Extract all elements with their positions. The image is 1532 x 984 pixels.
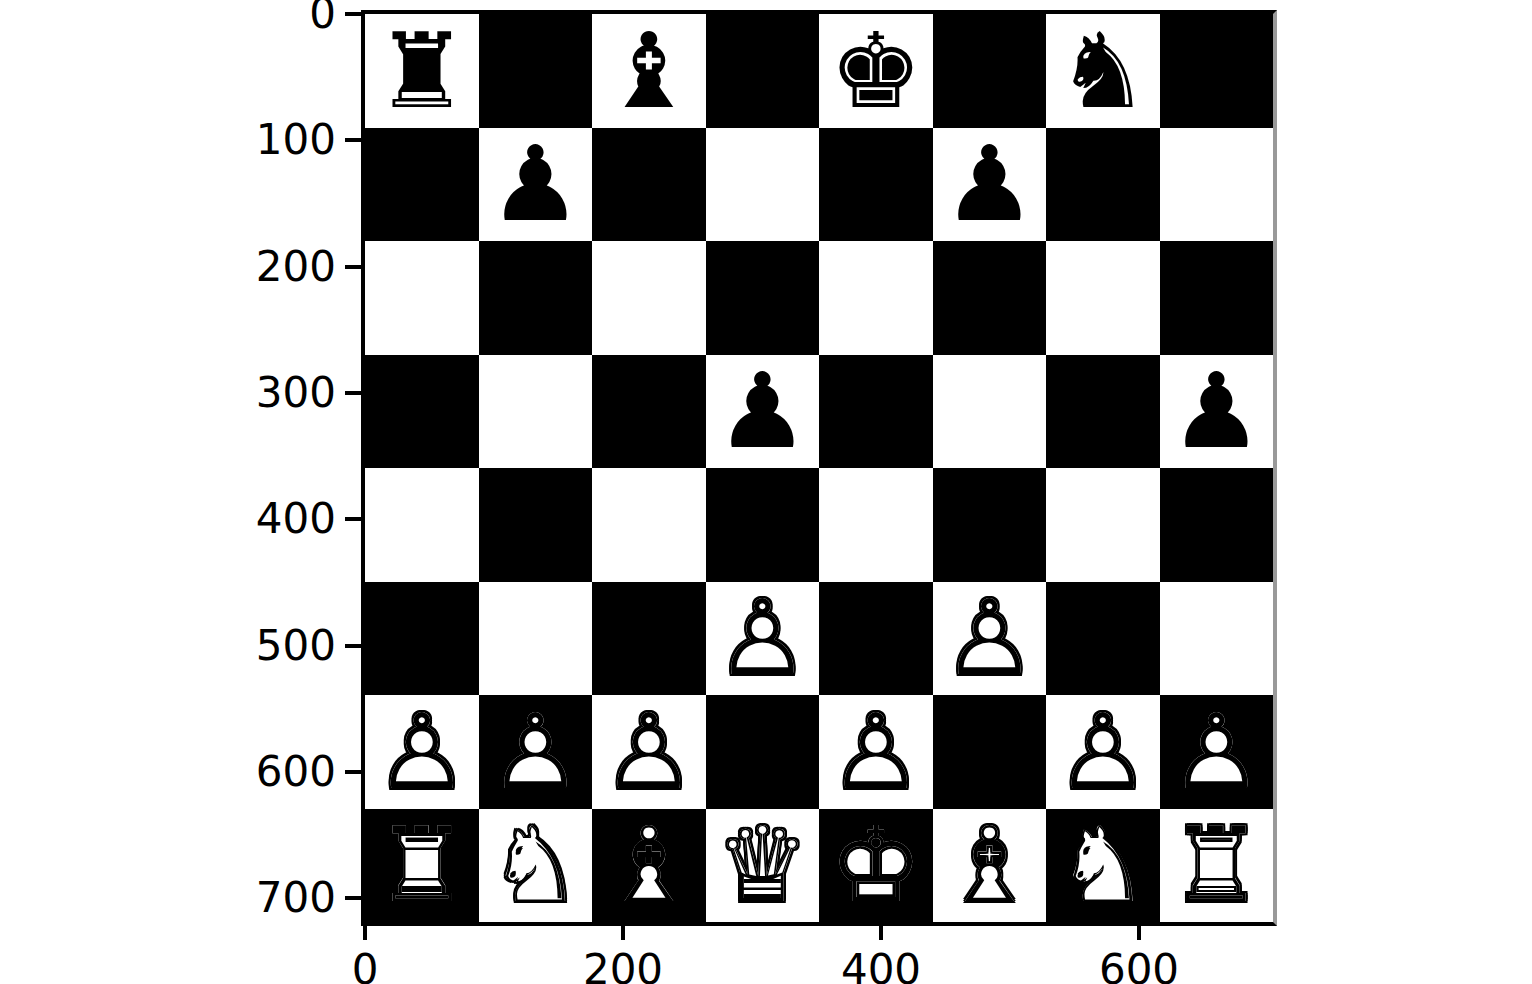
square-d4 <box>706 468 820 582</box>
square-a6 <box>365 241 479 355</box>
square-c1: ♝♗ <box>592 809 706 923</box>
square-e1: ♚♔ <box>819 809 933 923</box>
y-tick-label-600: 600 <box>166 746 336 798</box>
x-tick-label-200: 200 <box>513 944 733 984</box>
x-tick-label-400: 400 <box>771 944 991 984</box>
square-g5 <box>1046 355 1160 469</box>
square-a7 <box>365 128 479 242</box>
piece-white-pawn-d3: ♟♙ <box>716 586 809 690</box>
y-tick-mark-400 <box>345 517 365 521</box>
square-e2: ♟♙ <box>819 695 933 809</box>
square-h5: ♟ <box>1160 355 1274 469</box>
x-tick-label-600: 600 <box>1029 944 1249 984</box>
square-b2: ♟♙ <box>479 695 593 809</box>
x-tick-mark-600 <box>1137 926 1141 940</box>
y-tick-mark-500 <box>345 644 365 648</box>
piece-white-rook-h1: ♜♖ <box>1170 813 1263 917</box>
square-e8: ♚ <box>819 14 933 128</box>
square-e4 <box>819 468 933 582</box>
square-c3 <box>592 582 706 696</box>
square-f7: ♟ <box>933 128 1047 242</box>
piece-white-pawn-a2: ♟♙ <box>375 700 468 804</box>
square-f6 <box>933 241 1047 355</box>
square-a3 <box>365 582 479 696</box>
square-b8 <box>479 14 593 128</box>
y-tick-label-300: 300 <box>166 367 336 419</box>
piece-white-bishop-c1: ♝♗ <box>602 813 695 917</box>
square-b5 <box>479 355 593 469</box>
piece-black-knight-g8: ♞ <box>1056 19 1149 123</box>
square-d1: ♛♕ <box>706 809 820 923</box>
y-tick-label-100: 100 <box>166 114 336 166</box>
square-e7 <box>819 128 933 242</box>
piece-white-rook-a1: ♜♖ <box>375 813 468 917</box>
y-tick-mark-200 <box>345 265 365 269</box>
square-f1: ♝♗ <box>933 809 1047 923</box>
square-e6 <box>819 241 933 355</box>
figure: ♜♝♚♞♟♟♟♟♟♙♟♙♟♙♟♙♟♙♟♙♟♙♟♙♜♖♞♘♝♗♛♕♚♔♝♗♞♘♜♖… <box>0 0 1532 984</box>
square-c5 <box>592 355 706 469</box>
piece-black-rook-a8: ♜ <box>375 19 468 123</box>
piece-black-bishop-c8: ♝ <box>602 19 695 123</box>
piece-white-pawn-e2: ♟♙ <box>829 700 922 804</box>
piece-white-queen-d1: ♛♕ <box>716 813 809 917</box>
square-a5 <box>365 355 479 469</box>
y-tick-mark-700 <box>345 896 365 900</box>
piece-white-knight-g1: ♞♘ <box>1056 813 1149 917</box>
square-f8 <box>933 14 1047 128</box>
square-g1: ♞♘ <box>1046 809 1160 923</box>
square-d7 <box>706 128 820 242</box>
square-g7 <box>1046 128 1160 242</box>
square-g2: ♟♙ <box>1046 695 1160 809</box>
piece-black-pawn-b7: ♟ <box>489 132 582 236</box>
square-d6 <box>706 241 820 355</box>
y-tick-label-500: 500 <box>166 620 336 672</box>
square-f5 <box>933 355 1047 469</box>
piece-white-pawn-g2: ♟♙ <box>1056 700 1149 804</box>
square-h6 <box>1160 241 1274 355</box>
square-c7 <box>592 128 706 242</box>
x-tick-mark-200 <box>621 926 625 940</box>
y-tick-label-700: 700 <box>166 872 336 924</box>
square-f4 <box>933 468 1047 582</box>
piece-white-pawn-c2: ♟♙ <box>602 700 695 804</box>
square-c6 <box>592 241 706 355</box>
x-tick-label-0: 0 <box>255 944 475 984</box>
square-b6 <box>479 241 593 355</box>
square-b3 <box>479 582 593 696</box>
y-tick-mark-0 <box>345 12 365 16</box>
y-tick-mark-600 <box>345 770 365 774</box>
square-h3 <box>1160 582 1274 696</box>
x-tick-mark-0 <box>363 926 367 940</box>
piece-black-pawn-h5: ♟ <box>1170 359 1263 463</box>
square-b1: ♞♘ <box>479 809 593 923</box>
square-b7: ♟ <box>479 128 593 242</box>
square-g8: ♞ <box>1046 14 1160 128</box>
piece-black-pawn-d5: ♟ <box>716 359 809 463</box>
y-tick-label-0: 0 <box>166 0 336 40</box>
square-h2: ♟♙ <box>1160 695 1274 809</box>
square-h4 <box>1160 468 1274 582</box>
square-g3 <box>1046 582 1160 696</box>
square-f2 <box>933 695 1047 809</box>
square-f3: ♟♙ <box>933 582 1047 696</box>
square-h7 <box>1160 128 1274 242</box>
y-tick-mark-100 <box>345 138 365 142</box>
piece-black-pawn-f7: ♟ <box>943 132 1036 236</box>
square-c8: ♝ <box>592 14 706 128</box>
piece-white-knight-b1: ♞♘ <box>489 813 582 917</box>
piece-white-pawn-b2: ♟♙ <box>489 700 582 804</box>
square-d3: ♟♙ <box>706 582 820 696</box>
y-tick-label-200: 200 <box>166 241 336 293</box>
y-tick-label-400: 400 <box>166 493 336 545</box>
y-tick-mark-300 <box>345 391 365 395</box>
square-h1: ♜♖ <box>1160 809 1274 923</box>
square-g4 <box>1046 468 1160 582</box>
square-a1: ♜♖ <box>365 809 479 923</box>
chessboard: ♜♝♚♞♟♟♟♟♟♙♟♙♟♙♟♙♟♙♟♙♟♙♟♙♜♖♞♘♝♗♛♕♚♔♝♗♞♘♜♖ <box>361 10 1277 926</box>
piece-white-pawn-h2: ♟♙ <box>1170 700 1263 804</box>
square-g6 <box>1046 241 1160 355</box>
square-b4 <box>479 468 593 582</box>
piece-white-king-e1: ♚♔ <box>829 813 922 917</box>
square-d2 <box>706 695 820 809</box>
piece-white-pawn-f3: ♟♙ <box>943 586 1036 690</box>
square-d8 <box>706 14 820 128</box>
piece-black-king-e8: ♚ <box>829 19 922 123</box>
square-e3 <box>819 582 933 696</box>
square-d5: ♟ <box>706 355 820 469</box>
square-a4 <box>365 468 479 582</box>
x-tick-mark-400 <box>879 926 883 940</box>
square-e5 <box>819 355 933 469</box>
square-a2: ♟♙ <box>365 695 479 809</box>
square-c4 <box>592 468 706 582</box>
piece-white-bishop-f1: ♝♗ <box>943 813 1036 917</box>
square-h8 <box>1160 14 1274 128</box>
square-c2: ♟♙ <box>592 695 706 809</box>
square-a8: ♜ <box>365 14 479 128</box>
